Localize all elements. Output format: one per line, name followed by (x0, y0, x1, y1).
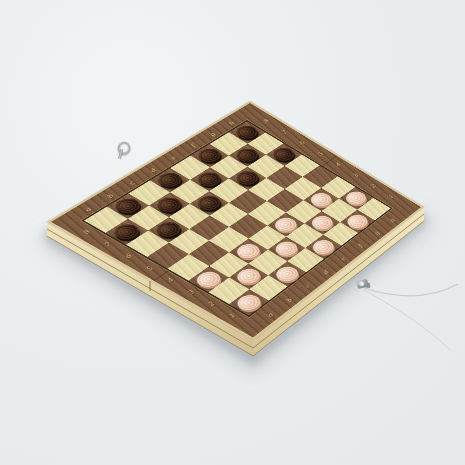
string (364, 284, 458, 296)
product-photo-backdrop: abcdefgh abcdefgh 87654321 87654321 (0, 0, 465, 465)
string-2 (364, 290, 451, 351)
